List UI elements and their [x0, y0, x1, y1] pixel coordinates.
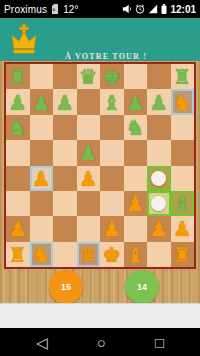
chess-board: ♜♛♚♜♟♟♟♝♟♟♞♞♞♟♟♟♟♝♟♟♟♟♜♞♛♚♝♜	[4, 62, 196, 269]
square-a8[interactable]: ♜	[6, 64, 30, 89]
square-g2[interactable]: ♟	[147, 216, 171, 241]
back-icon[interactable]: ◁	[36, 335, 48, 350]
piece-green-knight: ♞	[8, 117, 27, 138]
square-c4[interactable]	[53, 166, 77, 191]
piece-orange-knight: ♞	[32, 244, 51, 265]
piece-green-king: ♚	[102, 66, 121, 87]
square-a2[interactable]: ♟	[6, 216, 30, 241]
piece-orange-pawn: ♟	[173, 218, 192, 239]
square-d2[interactable]	[77, 216, 101, 241]
square-g7[interactable]: ♟	[147, 89, 171, 114]
piece-green-bishop: ♝	[102, 92, 121, 113]
square-e8[interactable]: ♚	[100, 64, 124, 89]
square-c1[interactable]	[53, 242, 77, 267]
square-a3[interactable]	[6, 191, 30, 216]
piece-orange-bishop: ♝	[126, 244, 145, 265]
crown-icon	[8, 23, 40, 56]
piece-green-rook: ♜	[173, 66, 192, 87]
square-a1[interactable]: ♜	[6, 242, 30, 267]
piece-green-rook: ♜	[8, 66, 27, 87]
piece-green-pawn: ♟	[126, 92, 145, 113]
square-c3[interactable]	[53, 191, 77, 216]
square-b6[interactable]	[30, 115, 54, 140]
square-e3[interactable]	[100, 191, 124, 216]
piece-green-queen: ♛	[79, 66, 98, 87]
status-right: 12:01	[122, 4, 196, 15]
turn-banner: À VOTRE TOUR !	[38, 52, 174, 61]
piece-green-pawn: ♟	[79, 142, 98, 163]
piece-green-knight: ♞	[126, 117, 145, 138]
square-a6[interactable]: ♞	[6, 115, 30, 140]
square-d1[interactable]: ♛	[77, 242, 101, 267]
square-d4[interactable]: ♟	[77, 166, 101, 191]
recents-icon[interactable]: □	[155, 335, 164, 350]
square-f7[interactable]: ♟	[124, 89, 148, 114]
status-bar: Proximus 12° 12:01	[0, 0, 200, 18]
clock-label: 12:01	[170, 4, 196, 15]
carrier-label: Proximus	[4, 4, 47, 15]
square-c2[interactable]	[53, 216, 77, 241]
square-b7[interactable]: ♟	[30, 89, 54, 114]
square-h1[interactable]: ♜	[171, 242, 195, 267]
square-d7[interactable]	[77, 89, 101, 114]
square-d8[interactable]: ♛	[77, 64, 101, 89]
piece-orange-pawn: ♟	[102, 218, 121, 239]
square-g5[interactable]	[147, 140, 171, 165]
piece-orange-knight: ♞	[173, 92, 192, 113]
square-f3[interactable]: ♟	[124, 191, 148, 216]
piece-orange-pawn: ♟	[8, 218, 27, 239]
square-h5[interactable]	[171, 140, 195, 165]
square-g1[interactable]	[147, 242, 171, 267]
square-b4[interactable]: ♟	[30, 166, 54, 191]
phone-screen: Proximus 12° 12:01	[0, 0, 200, 356]
piece-orange-queen: ♛	[79, 244, 98, 265]
bottom-panel	[0, 303, 200, 329]
piece-orange-pawn: ♟	[126, 193, 145, 214]
square-h2[interactable]: ♟	[171, 216, 195, 241]
square-g6[interactable]	[147, 115, 171, 140]
square-b8[interactable]	[30, 64, 54, 89]
square-c6[interactable]	[53, 115, 77, 140]
square-f8[interactable]	[124, 64, 148, 89]
green-piece-counter: 14	[125, 270, 159, 304]
square-e6[interactable]	[100, 115, 124, 140]
home-icon[interactable]: ○	[97, 335, 106, 350]
square-g8[interactable]	[147, 64, 171, 89]
piece-orange-rook: ♜	[8, 244, 27, 265]
volume-icon	[122, 4, 132, 14]
battery-icon	[161, 4, 167, 14]
square-h4[interactable]	[171, 166, 195, 191]
square-c7[interactable]: ♟	[53, 89, 77, 114]
square-f4[interactable]	[124, 166, 148, 191]
temperature-label: 12°	[63, 4, 78, 15]
piece-green-pawn: ♟	[149, 92, 168, 113]
square-a5[interactable]	[6, 140, 30, 165]
square-d3[interactable]	[77, 191, 101, 216]
square-e5[interactable]	[100, 140, 124, 165]
square-e1[interactable]: ♚	[100, 242, 124, 267]
square-e7[interactable]: ♝	[100, 89, 124, 114]
piece-orange-king: ♚	[102, 244, 121, 265]
piece-orange-pawn: ♟	[79, 168, 98, 189]
board-grid: ♜♛♚♜♟♟♟♝♟♟♞♞♞♟♟♟♟♝♟♟♟♟♜♞♛♚♝♜	[6, 64, 194, 267]
square-b1[interactable]: ♞	[30, 242, 54, 267]
piece-green-pawn: ♟	[32, 92, 51, 113]
piece-orange-pawn: ♟	[149, 218, 168, 239]
square-f5[interactable]	[124, 140, 148, 165]
square-f2[interactable]	[124, 216, 148, 241]
legal-move-dot	[151, 171, 166, 186]
square-f1[interactable]: ♝	[124, 242, 148, 267]
square-g3[interactable]	[147, 191, 171, 216]
orange-piece-counter: 15	[49, 270, 83, 304]
app-header: À VOTRE TOUR !	[0, 18, 200, 61]
orange-count-label: 15	[61, 282, 71, 292]
square-a4[interactable]	[6, 166, 30, 191]
square-h7[interactable]: ♞	[171, 89, 195, 114]
piece-orange-pawn: ♟	[32, 168, 51, 189]
sd-card-icon	[51, 4, 59, 14]
square-d6[interactable]	[77, 115, 101, 140]
square-c8[interactable]	[53, 64, 77, 89]
square-b2[interactable]	[30, 216, 54, 241]
square-h6[interactable]	[171, 115, 195, 140]
square-h8[interactable]: ♜	[171, 64, 195, 89]
piece-orange-rook: ♜	[173, 244, 192, 265]
piece-green-pawn: ♟	[55, 92, 74, 113]
square-b3[interactable]	[30, 191, 54, 216]
square-c5[interactable]	[53, 140, 77, 165]
android-nav-bar: ◁ ○ □	[0, 328, 200, 356]
square-f6[interactable]: ♞	[124, 115, 148, 140]
piece-green-bishop: ♝	[173, 193, 192, 214]
square-e2[interactable]: ♟	[100, 216, 124, 241]
green-count-label: 14	[137, 282, 147, 292]
square-a7[interactable]: ♟	[6, 89, 30, 114]
square-d5[interactable]: ♟	[77, 140, 101, 165]
piece-green-pawn: ♟	[8, 92, 27, 113]
alarm-icon	[135, 4, 145, 14]
square-g4[interactable]	[147, 166, 171, 191]
status-left: Proximus 12°	[4, 4, 118, 15]
square-h3[interactable]: ♝	[171, 191, 195, 216]
square-e4[interactable]	[100, 166, 124, 191]
square-b5[interactable]	[30, 140, 54, 165]
signal-icon	[148, 4, 158, 14]
legal-move-dot	[151, 196, 166, 211]
